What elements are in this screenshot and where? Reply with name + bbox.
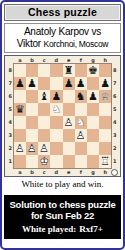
square-c5 [38, 103, 50, 116]
piece-black-pawn-f7: ♟ [75, 77, 87, 90]
piece-black-pawn-d6: ♟ [50, 90, 62, 103]
square-h2 [99, 142, 111, 155]
white-king-glyph: ♔ [38, 155, 50, 168]
black-bishop-glyph: ♝ [38, 90, 50, 103]
piece-black-rook-e8: ♜ [63, 64, 75, 77]
square-c8 [38, 64, 50, 77]
square-f1 [75, 155, 87, 168]
piece-white-pawn-f3: ♟♙ [75, 129, 87, 142]
black-rook-glyph: ♜ [63, 64, 75, 77]
file-label-c: c [38, 57, 50, 64]
player-white-line: Anatoly Karpov vs [5, 26, 120, 38]
rank-label-1: 1 [7, 155, 14, 168]
square-b6 [26, 90, 38, 103]
piece-black-pawn-e7: ♟ [63, 77, 75, 90]
square-e5 [63, 103, 75, 116]
square-f2 [75, 142, 87, 155]
rank-label-3: 3 [7, 129, 14, 142]
square-a8 [14, 64, 26, 77]
piece-white-pawn-c2: ♟♙ [38, 142, 50, 155]
square-e6 [63, 90, 75, 103]
white-queen-glyph: ♕ [99, 90, 111, 103]
players-box: Anatoly Karpov vs Viktor Korchnoi, Mosco… [4, 23, 121, 53]
rank-label-7: 7 [7, 77, 14, 90]
solution-title-line2: for Sun Feb 22 [6, 210, 119, 221]
rank-label-1: 1 [111, 155, 118, 168]
square-b4 [26, 116, 38, 129]
rank-label-8: 8 [7, 64, 14, 77]
piece-white-pawn-a2: ♟♙ [14, 142, 26, 155]
square-g3 [87, 129, 99, 142]
square-g4 [87, 116, 99, 129]
black-king-glyph: ♚ [87, 64, 99, 77]
piece-white-knight-f4: ♞♘ [75, 116, 87, 129]
rank-labels-right: 87654321 [111, 64, 118, 168]
rank-label-6: 6 [7, 90, 14, 103]
square-b3 [26, 129, 38, 142]
square-d8 [50, 64, 62, 77]
rank-label-5: 5 [7, 103, 14, 116]
piece-white-knight-d5: ♞♘ [50, 103, 62, 116]
square-h8 [99, 64, 111, 77]
solution-move: Rxf7+ [79, 224, 103, 234]
black-pawn-glyph: ♟ [26, 77, 38, 90]
chess-board-panel: abcdefgh 87654321 ♜♚♟♟♟♟♟♝♟♞♟♛♕♛♞♘♟♙♞♘♟♙… [4, 55, 121, 177]
square-g5 [87, 103, 99, 116]
square-d7 [50, 77, 62, 90]
square-f5 [75, 103, 87, 116]
rank-label-6: 6 [111, 90, 118, 103]
square-d1 [50, 155, 62, 168]
file-labels-bottom: abcdefgh [5, 168, 120, 176]
solution-move-line: White played:Rxf7+ [6, 224, 119, 235]
file-label-b: b [26, 169, 38, 176]
white-pawn-glyph: ♙ [38, 142, 50, 155]
black-pawn-glyph: ♟ [87, 90, 99, 103]
square-h4 [99, 116, 111, 129]
player-black-rest: Korchnoi, Moscow [44, 39, 109, 49]
file-label-d: d [50, 169, 62, 176]
piece-white-king-c1: ♚♔ [38, 155, 50, 168]
puzzle-caption: White to play and win. [4, 179, 121, 190]
file-label-e: e [63, 169, 75, 176]
piece-black-pawn-h7: ♟ [99, 77, 111, 90]
file-label-g: g [87, 57, 99, 64]
file-label-f: f [75, 57, 87, 64]
piece-black-queen-a5: ♛ [14, 103, 26, 116]
card-header: Chess puzzle [4, 4, 121, 21]
square-b8 [26, 64, 38, 77]
file-label-h: h [99, 57, 111, 64]
piece-white-rook-h1: ♜♖ [99, 155, 111, 168]
white-rook-glyph: ♖ [99, 155, 111, 168]
square-g7 [87, 77, 99, 90]
rank-label-8: 8 [111, 64, 118, 77]
file-label-d: d [50, 57, 62, 64]
rank-label-4: 4 [111, 116, 118, 129]
file-labels-top: abcdefgh [5, 57, 120, 64]
solution-title-line1: Solution to chess puzzle [6, 199, 119, 210]
square-d4 [50, 116, 62, 129]
file-label-g: g [87, 169, 99, 176]
white-pawn-glyph: ♙ [14, 142, 26, 155]
board-corner [111, 169, 118, 176]
solution-move-label: White played: [22, 224, 76, 234]
square-b1 [26, 155, 38, 168]
rank-label-2: 2 [111, 142, 118, 155]
black-pawn-glyph: ♟ [75, 77, 87, 90]
piece-black-king-g8: ♚ [87, 64, 99, 77]
rank-label-5: 5 [111, 103, 118, 116]
piece-black-pawn-g6: ♟ [87, 90, 99, 103]
square-a4 [14, 116, 26, 129]
chess-board: ♜♚♟♟♟♟♟♝♟♞♟♛♕♛♞♘♟♙♞♘♟♙♟♙♟♙♟♙♚♔♜♖ [14, 64, 112, 168]
square-h3 [99, 129, 111, 142]
square-e2 [63, 142, 75, 155]
square-f8 [75, 64, 87, 77]
black-pawn-glyph: ♟ [63, 77, 75, 90]
black-pawn-glyph: ♟ [50, 90, 62, 103]
white-pawn-glyph: ♙ [26, 142, 38, 155]
square-c7 [38, 77, 50, 90]
file-label-b: b [26, 57, 38, 64]
chess-puzzle-card: Chess puzzle Anatoly Karpov vs Viktor Ko… [0, 0, 125, 250]
piece-white-pawn-e4: ♟♙ [63, 116, 75, 129]
square-c4 [38, 116, 50, 129]
file-label-f: f [75, 169, 87, 176]
square-a1 [14, 155, 26, 168]
black-pawn-glyph: ♟ [14, 77, 26, 90]
white-knight-glyph: ♘ [50, 103, 62, 116]
logo-circle-icon [111, 169, 118, 176]
square-e3 [63, 129, 75, 142]
file-label-a: a [14, 169, 26, 176]
file-label-h: h [99, 169, 111, 176]
piece-black-pawn-b7: ♟ [26, 77, 38, 90]
square-a3 [14, 129, 26, 142]
rank-label-2: 2 [7, 142, 14, 155]
rank-label-7: 7 [111, 77, 118, 90]
square-d2 [50, 142, 62, 155]
square-a6 [14, 90, 26, 103]
square-c3 [38, 129, 50, 142]
rank-labels-left: 87654321 [7, 64, 14, 168]
file-label-e: e [63, 57, 75, 64]
white-knight-glyph: ♘ [75, 116, 87, 129]
file-label-c: c [38, 169, 50, 176]
black-knight-glyph: ♞ [75, 90, 87, 103]
black-queen-glyph: ♛ [14, 103, 26, 116]
square-h5 [99, 103, 111, 116]
solution-box: Solution to chess puzzle for Sun Feb 22 … [4, 195, 121, 239]
piece-black-knight-f6: ♞ [75, 90, 87, 103]
piece-black-bishop-c6: ♝ [38, 90, 50, 103]
square-d3 [50, 129, 62, 142]
player-black-line: Viktor Korchnoi, Moscow [5, 38, 120, 50]
file-label-a: a [14, 57, 26, 64]
square-b5 [26, 103, 38, 116]
square-g2 [87, 142, 99, 155]
page-title: Chess puzzle [28, 6, 97, 18]
piece-white-queen-h6: ♛♕ [99, 90, 111, 103]
rank-label-3: 3 [111, 129, 118, 142]
piece-black-pawn-a7: ♟ [14, 77, 26, 90]
square-e1 [63, 155, 75, 168]
rank-label-4: 4 [7, 116, 14, 129]
piece-white-pawn-b2: ♟♙ [26, 142, 38, 155]
player-black-name: Viktor [17, 38, 41, 49]
white-pawn-glyph: ♙ [63, 116, 75, 129]
black-pawn-glyph: ♟ [99, 77, 111, 90]
square-g1 [87, 155, 99, 168]
white-pawn-glyph: ♙ [75, 129, 87, 142]
